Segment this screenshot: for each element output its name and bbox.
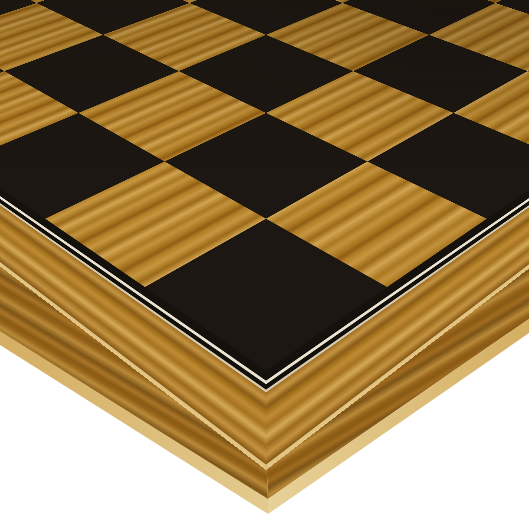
product-photo-canvas <box>0 0 529 529</box>
board-3d-scene <box>0 0 529 529</box>
chessboard <box>0 0 529 470</box>
